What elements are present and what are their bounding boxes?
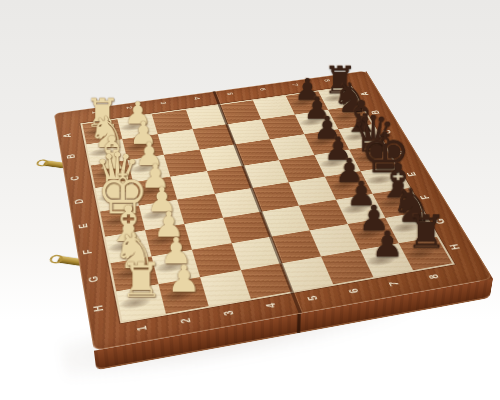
rank-label-near-2: 2 [180,317,193,324]
piece-white-rook-h1[interactable]: ♜ [120,257,163,305]
rank-label-near-6: 6 [348,288,361,294]
rank-label-far-4: 4 [192,97,201,101]
file-label-left-d: D [74,198,85,204]
rank-label-near-4: 4 [266,302,279,308]
brass-clasp-icon [43,160,68,168]
square-h3[interactable] [200,270,251,306]
rank-label-near-1: 1 [137,325,150,332]
piece-white-pawn-h2[interactable]: ♟ [167,260,200,297]
file-label-left-b: B [66,154,76,159]
rank-label-far-3: 3 [159,101,168,105]
chess-board: AABBCCDDEEFFGGHH1122334455667788♜♟♟♜♞♟♟♞… [54,71,493,351]
file-label-left-f: F [83,249,95,255]
rank-label-near-3: 3 [223,310,236,316]
piece-black-pawn-h7[interactable]: ♟ [371,226,403,262]
perspective-container: AABBCCDDEEFFGGHH1122334455667788♜♟♟♜♞♟♟♞… [0,0,500,400]
file-label-left-e: E [78,223,89,229]
file-label-left-g: G [88,275,100,283]
brass-clasp-icon [57,256,85,266]
fold-seam-edge [297,313,301,333]
file-label-left-h: H [93,304,105,312]
file-label-left-c: C [70,175,81,181]
file-label-left-a: A [63,133,73,138]
piece-black-rook-h8[interactable]: ♜ [406,210,447,255]
chess-set-photo: AABBCCDDEEFFGGHH1122334455667788♜♟♟♜♞♟♟♞… [0,0,500,400]
